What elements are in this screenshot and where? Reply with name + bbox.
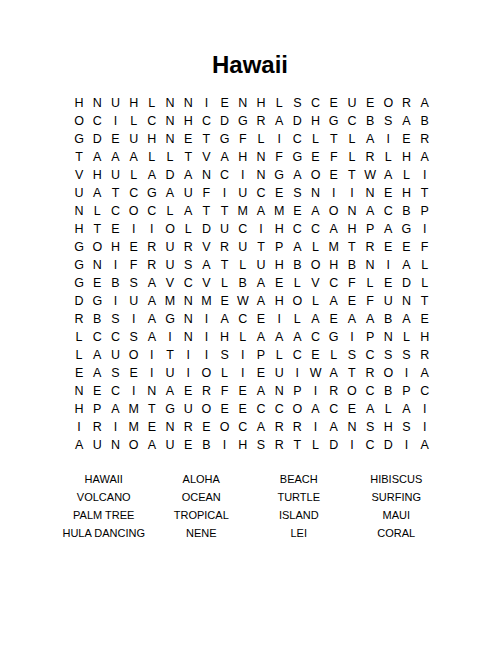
grid-cell[interactable]: M (161, 292, 179, 310)
grid-cell[interactable]: N (197, 166, 215, 184)
grid-cell[interactable]: C (125, 184, 143, 202)
grid-cell[interactable]: R (179, 238, 197, 256)
grid-cell[interactable]: U (234, 238, 252, 256)
grid-cell[interactable]: O (125, 436, 143, 454)
grid-cell[interactable]: I (179, 346, 197, 364)
grid-cell[interactable]: I (216, 436, 234, 454)
grid-cell[interactable]: C (88, 328, 106, 346)
grid-cell[interactable]: O (288, 400, 306, 418)
grid-cell[interactable]: D (88, 130, 106, 148)
grid-cell[interactable]: F (325, 148, 343, 166)
grid-cell[interactable]: A (106, 400, 124, 418)
grid-cell[interactable]: T (343, 364, 361, 382)
grid-cell[interactable]: A (143, 328, 161, 346)
grid-cell[interactable]: I (143, 346, 161, 364)
grid-cell[interactable]: A (397, 310, 415, 328)
grid-cell[interactable]: S (106, 364, 124, 382)
grid-cell[interactable]: N (179, 310, 197, 328)
grid-cell[interactable]: F (216, 382, 234, 400)
grid-cell[interactable]: T (325, 130, 343, 148)
grid-cell[interactable]: R (288, 418, 306, 436)
grid-cell[interactable]: E (125, 364, 143, 382)
grid-cell[interactable]: N (343, 418, 361, 436)
grid-cell[interactable]: O (125, 346, 143, 364)
grid-cell[interactable]: S (343, 346, 361, 364)
grid-cell[interactable]: N (70, 202, 88, 220)
grid-cell[interactable]: C (361, 436, 379, 454)
grid-cell[interactable]: A (88, 346, 106, 364)
grid-cell[interactable]: A (416, 94, 434, 112)
grid-cell[interactable]: I (397, 364, 415, 382)
grid-cell[interactable]: A (179, 202, 197, 220)
grid-cell[interactable]: T (343, 238, 361, 256)
grid-cell[interactable]: N (252, 166, 270, 184)
grid-cell[interactable]: A (288, 238, 306, 256)
grid-cell[interactable]: G (325, 328, 343, 346)
grid-cell[interactable]: A (397, 256, 415, 274)
grid-cell[interactable]: G (234, 112, 252, 130)
grid-cell[interactable]: H (306, 112, 324, 130)
grid-cell[interactable]: I (216, 184, 234, 202)
grid-cell[interactable]: D (397, 274, 415, 292)
grid-cell[interactable]: L (70, 346, 88, 364)
grid-cell[interactable]: B (379, 382, 397, 400)
grid-cell[interactable]: N (234, 94, 252, 112)
grid-cell[interactable]: I (179, 364, 197, 382)
grid-cell[interactable]: A (106, 148, 124, 166)
grid-cell[interactable]: U (88, 436, 106, 454)
grid-cell[interactable]: G (70, 274, 88, 292)
grid-cell[interactable]: I (343, 328, 361, 346)
grid-cell[interactable]: D (216, 112, 234, 130)
grid-cell[interactable]: R (416, 346, 434, 364)
grid-cell[interactable]: S (397, 418, 415, 436)
grid-cell[interactable]: E (106, 220, 124, 238)
grid-cell[interactable]: N (379, 328, 397, 346)
grid-cell[interactable]: B (88, 310, 106, 328)
grid-cell[interactable]: C (379, 202, 397, 220)
grid-cell[interactable]: A (216, 148, 234, 166)
grid-cell[interactable]: A (125, 148, 143, 166)
grid-cell[interactable]: A (379, 166, 397, 184)
grid-cell[interactable]: A (88, 184, 106, 202)
grid-cell[interactable]: E (88, 382, 106, 400)
grid-cell[interactable]: R (416, 130, 434, 148)
grid-cell[interactable]: B (288, 256, 306, 274)
grid-cell[interactable]: H (70, 400, 88, 418)
grid-cell[interactable]: I (306, 418, 324, 436)
grid-cell[interactable]: N (361, 256, 379, 274)
grid-cell[interactable]: C (361, 382, 379, 400)
grid-cell[interactable]: L (270, 94, 288, 112)
grid-cell[interactable]: N (88, 256, 106, 274)
grid-cell[interactable]: E (216, 94, 234, 112)
grid-cell[interactable]: E (179, 382, 197, 400)
grid-cell[interactable]: I (379, 130, 397, 148)
grid-cell[interactable]: L (179, 220, 197, 238)
grid-cell[interactable]: I (234, 364, 252, 382)
grid-cell[interactable]: T (197, 130, 215, 148)
grid-cell[interactable]: L (288, 310, 306, 328)
grid-cell[interactable]: S (379, 346, 397, 364)
grid-cell[interactable]: A (252, 292, 270, 310)
grid-cell[interactable]: A (306, 202, 324, 220)
grid-cell[interactable]: C (288, 130, 306, 148)
grid-cell[interactable]: S (288, 184, 306, 202)
grid-cell[interactable]: N (179, 292, 197, 310)
grid-cell[interactable]: T (161, 346, 179, 364)
grid-cell[interactable]: A (143, 274, 161, 292)
grid-cell[interactable]: F (416, 238, 434, 256)
grid-cell[interactable]: N (161, 94, 179, 112)
grid-cell[interactable]: L (143, 94, 161, 112)
grid-cell[interactable]: L (161, 148, 179, 166)
grid-cell[interactable]: E (343, 400, 361, 418)
grid-cell[interactable]: N (143, 382, 161, 400)
grid-cell[interactable]: N (343, 202, 361, 220)
grid-cell[interactable]: R (270, 436, 288, 454)
grid-cell[interactable]: H (379, 418, 397, 436)
grid-cell[interactable]: T (106, 184, 124, 202)
grid-cell[interactable]: E (216, 400, 234, 418)
grid-cell[interactable]: R (70, 310, 88, 328)
grid-cell[interactable]: D (379, 436, 397, 454)
grid-cell[interactable]: U (70, 184, 88, 202)
grid-cell[interactable]: C (252, 184, 270, 202)
grid-cell[interactable]: G (88, 292, 106, 310)
grid-cell[interactable]: N (179, 94, 197, 112)
grid-cell[interactable]: A (325, 418, 343, 436)
grid-cell[interactable]: H (125, 94, 143, 112)
grid-cell[interactable]: U (161, 238, 179, 256)
grid-cell[interactable]: U (252, 256, 270, 274)
grid-cell[interactable]: W (361, 166, 379, 184)
grid-cell[interactable]: L (288, 274, 306, 292)
grid-cell[interactable]: O (288, 292, 306, 310)
grid-cell[interactable]: I (416, 220, 434, 238)
grid-cell[interactable]: O (379, 94, 397, 112)
grid-cell[interactable]: E (270, 184, 288, 202)
grid-cell[interactable]: L (306, 238, 324, 256)
grid-cell[interactable]: I (252, 220, 270, 238)
grid-cell[interactable]: G (70, 130, 88, 148)
grid-cell[interactable]: C (234, 418, 252, 436)
grid-cell[interactable]: V (197, 238, 215, 256)
grid-cell[interactable]: C (234, 310, 252, 328)
grid-cell[interactable]: B (361, 112, 379, 130)
grid-cell[interactable]: E (70, 364, 88, 382)
grid-cell[interactable]: P (361, 220, 379, 238)
grid-cell[interactable]: H (397, 184, 415, 202)
grid-cell[interactable]: I (270, 310, 288, 328)
grid-cell[interactable]: P (88, 400, 106, 418)
grid-cell[interactable]: L (161, 202, 179, 220)
grid-cell[interactable]: H (70, 94, 88, 112)
grid-cell[interactable]: T (179, 148, 197, 166)
grid-cell[interactable]: U (379, 292, 397, 310)
grid-cell[interactable]: D (325, 436, 343, 454)
grid-cell[interactable]: C (179, 274, 197, 292)
grid-cell[interactable]: S (125, 328, 143, 346)
grid-cell[interactable]: F (361, 292, 379, 310)
grid-cell[interactable]: R (197, 382, 215, 400)
grid-cell[interactable]: I (106, 256, 124, 274)
grid-cell[interactable]: U (125, 292, 143, 310)
grid-cell[interactable]: P (397, 382, 415, 400)
grid-cell[interactable]: I (143, 364, 161, 382)
grid-cell[interactable]: N (161, 112, 179, 130)
grid-cell[interactable]: E (179, 436, 197, 454)
grid-cell[interactable]: L (252, 130, 270, 148)
grid-cell[interactable]: T (288, 436, 306, 454)
grid-cell[interactable]: C (306, 220, 324, 238)
grid-cell[interactable]: I (125, 310, 143, 328)
grid-cell[interactable]: H (106, 238, 124, 256)
grid-cell[interactable]: O (216, 418, 234, 436)
grid-cell[interactable]: A (270, 328, 288, 346)
grid-cell[interactable]: F (125, 256, 143, 274)
grid-cell[interactable]: L (216, 274, 234, 292)
grid-cell[interactable]: C (106, 328, 124, 346)
grid-cell[interactable]: B (234, 274, 252, 292)
grid-cell[interactable]: I (143, 220, 161, 238)
grid-cell[interactable]: R (252, 112, 270, 130)
grid-cell[interactable]: U (161, 364, 179, 382)
grid-cell[interactable]: L (234, 256, 252, 274)
grid-cell[interactable]: G (216, 130, 234, 148)
grid-cell[interactable]: E (397, 130, 415, 148)
grid-cell[interactable]: L (343, 148, 361, 166)
grid-cell[interactable]: L (125, 112, 143, 130)
grid-cell[interactable]: A (143, 166, 161, 184)
grid-cell[interactable]: E (361, 94, 379, 112)
grid-cell[interactable]: I (325, 184, 343, 202)
grid-cell[interactable]: S (125, 274, 143, 292)
grid-cell[interactable]: A (161, 184, 179, 202)
grid-cell[interactable]: A (88, 364, 106, 382)
grid-cell[interactable]: T (416, 184, 434, 202)
grid-cell[interactable]: R (143, 256, 161, 274)
grid-cell[interactable]: C (288, 220, 306, 238)
grid-cell[interactable]: L (397, 166, 415, 184)
grid-cell[interactable]: C (270, 400, 288, 418)
grid-cell[interactable]: E (397, 238, 415, 256)
grid-cell[interactable]: E (216, 292, 234, 310)
grid-cell[interactable]: I (197, 328, 215, 346)
grid-cell[interactable]: B (397, 202, 415, 220)
grid-cell[interactable]: E (234, 382, 252, 400)
grid-cell[interactable]: U (161, 256, 179, 274)
grid-cell[interactable]: I (343, 436, 361, 454)
grid-cell[interactable]: E (343, 292, 361, 310)
grid-cell[interactable]: M (197, 292, 215, 310)
grid-cell[interactable]: C (306, 94, 324, 112)
grid-cell[interactable]: R (361, 364, 379, 382)
grid-cell[interactable]: A (143, 436, 161, 454)
grid-cell[interactable]: R (216, 238, 234, 256)
grid-cell[interactable]: R (179, 418, 197, 436)
grid-cell[interactable]: N (161, 418, 179, 436)
grid-cell[interactable]: A (397, 400, 415, 418)
grid-cell[interactable]: U (234, 184, 252, 202)
grid-cell[interactable]: L (125, 166, 143, 184)
grid-cell[interactable]: I (234, 346, 252, 364)
grid-cell[interactable]: L (306, 130, 324, 148)
grid-cell[interactable]: A (306, 400, 324, 418)
grid-cell[interactable]: T (70, 148, 88, 166)
grid-cell[interactable]: E (306, 346, 324, 364)
grid-cell[interactable]: N (252, 148, 270, 166)
grid-cell[interactable]: L (306, 292, 324, 310)
grid-cell[interactable]: C (106, 202, 124, 220)
grid-cell[interactable]: W (234, 292, 252, 310)
grid-cell[interactable]: I (416, 418, 434, 436)
grid-cell[interactable]: I (270, 130, 288, 148)
grid-cell[interactable]: I (197, 346, 215, 364)
grid-cell[interactable]: A (361, 130, 379, 148)
grid-cell[interactable]: O (306, 256, 324, 274)
grid-cell[interactable]: G (288, 148, 306, 166)
grid-cell[interactable]: O (70, 112, 88, 130)
grid-cell[interactable]: L (397, 328, 415, 346)
grid-cell[interactable]: E (252, 310, 270, 328)
grid-cell[interactable]: N (161, 130, 179, 148)
grid-cell[interactable]: V (306, 274, 324, 292)
grid-cell[interactable]: C (88, 112, 106, 130)
grid-cell[interactable]: N (70, 382, 88, 400)
grid-cell[interactable]: E (125, 238, 143, 256)
grid-cell[interactable]: I (106, 292, 124, 310)
grid-cell[interactable]: A (288, 166, 306, 184)
grid-cell[interactable]: O (343, 382, 361, 400)
grid-cell[interactable]: T (197, 202, 215, 220)
grid-cell[interactable]: N (179, 328, 197, 346)
grid-cell[interactable]: C (234, 220, 252, 238)
grid-cell[interactable]: L (361, 274, 379, 292)
grid-cell[interactable]: G (70, 238, 88, 256)
grid-cell[interactable]: L (143, 148, 161, 166)
grid-cell[interactable]: H (270, 256, 288, 274)
grid-cell[interactable]: C (416, 382, 434, 400)
grid-cell[interactable]: A (361, 400, 379, 418)
grid-cell[interactable]: A (70, 436, 88, 454)
grid-cell[interactable]: H (397, 148, 415, 166)
grid-cell[interactable]: U (106, 346, 124, 364)
grid-cell[interactable]: I (197, 310, 215, 328)
grid-cell[interactable]: E (270, 274, 288, 292)
grid-cell[interactable]: M (325, 238, 343, 256)
grid-cell[interactable]: L (379, 400, 397, 418)
grid-cell[interactable]: A (252, 328, 270, 346)
grid-cell[interactable]: H (416, 328, 434, 346)
grid-cell[interactable]: H (179, 112, 197, 130)
grid-cell[interactable]: G (161, 400, 179, 418)
grid-cell[interactable]: G (397, 220, 415, 238)
grid-cell[interactable]: A (379, 220, 397, 238)
grid-cell[interactable]: I (197, 94, 215, 112)
grid-cell[interactable]: E (288, 202, 306, 220)
grid-cell[interactable]: T (216, 256, 234, 274)
grid-cell[interactable]: E (416, 310, 434, 328)
grid-cell[interactable]: I (288, 364, 306, 382)
grid-cell[interactable]: C (306, 328, 324, 346)
grid-cell[interactable]: W (306, 364, 324, 382)
grid-cell[interactable]: B (106, 274, 124, 292)
grid-cell[interactable]: S (216, 346, 234, 364)
grid-cell[interactable]: D (197, 220, 215, 238)
grid-cell[interactable]: E (306, 148, 324, 166)
grid-cell[interactable]: P (288, 382, 306, 400)
grid-cell[interactable]: I (70, 418, 88, 436)
grid-cell[interactable]: S (397, 346, 415, 364)
grid-cell[interactable]: G (70, 256, 88, 274)
grid-cell[interactable]: D (161, 166, 179, 184)
grid-cell[interactable]: U (106, 94, 124, 112)
grid-cell[interactable]: H (234, 148, 252, 166)
grid-cell[interactable]: I (106, 112, 124, 130)
grid-cell[interactable]: R (397, 94, 415, 112)
grid-cell[interactable]: O (197, 364, 215, 382)
grid-cell[interactable]: C (197, 112, 215, 130)
grid-cell[interactable]: I (416, 400, 434, 418)
grid-cell[interactable]: I (397, 436, 415, 454)
grid-cell[interactable]: A (397, 112, 415, 130)
grid-cell[interactable]: C (252, 400, 270, 418)
grid-cell[interactable]: L (325, 346, 343, 364)
grid-cell[interactable]: A (416, 436, 434, 454)
grid-cell[interactable]: D (70, 292, 88, 310)
grid-cell[interactable]: G (270, 166, 288, 184)
grid-cell[interactable]: C (143, 202, 161, 220)
grid-cell[interactable]: T (252, 238, 270, 256)
grid-cell[interactable]: O (306, 166, 324, 184)
grid-cell[interactable]: B (197, 436, 215, 454)
grid-cell[interactable]: S (379, 112, 397, 130)
grid-cell[interactable]: F (197, 184, 215, 202)
grid-cell[interactable]: L (343, 130, 361, 148)
grid-cell[interactable]: B (343, 256, 361, 274)
grid-cell[interactable]: M (270, 202, 288, 220)
grid-cell[interactable]: G (325, 112, 343, 130)
grid-cell[interactable]: O (197, 400, 215, 418)
grid-cell[interactable]: I (379, 256, 397, 274)
grid-cell[interactable]: F (270, 148, 288, 166)
grid-cell[interactable]: E (379, 184, 397, 202)
grid-cell[interactable]: P (361, 328, 379, 346)
grid-cell[interactable]: O (88, 238, 106, 256)
grid-cell[interactable]: A (252, 418, 270, 436)
grid-cell[interactable]: A (416, 148, 434, 166)
grid-cell[interactable]: H (70, 220, 88, 238)
grid-cell[interactable]: R (361, 238, 379, 256)
grid-cell[interactable]: V (70, 166, 88, 184)
grid-cell[interactable]: O (325, 202, 343, 220)
grid-cell[interactable]: A (179, 166, 197, 184)
grid-cell[interactable]: V (197, 274, 215, 292)
grid-cell[interactable]: H (270, 292, 288, 310)
grid-cell[interactable]: A (325, 364, 343, 382)
grid-cell[interactable]: E (143, 418, 161, 436)
grid-cell[interactable]: U (125, 130, 143, 148)
grid-cell[interactable]: N (397, 292, 415, 310)
grid-cell[interactable]: E (197, 418, 215, 436)
grid-cell[interactable]: N (270, 382, 288, 400)
grid-cell[interactable]: L (216, 364, 234, 382)
grid-cell[interactable]: A (216, 310, 234, 328)
grid-cell[interactable]: A (416, 364, 434, 382)
grid-cell[interactable]: M (125, 418, 143, 436)
grid-cell[interactable]: R (270, 418, 288, 436)
